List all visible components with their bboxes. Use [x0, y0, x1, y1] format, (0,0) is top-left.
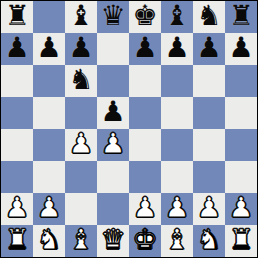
board-grid: ♜♝♛♚♝♞♜♟♟♟♟♟♟♟♞♟♟♟♟♟♟♟♟♟♜♞♝♛♚♝♞♜	[1, 1, 257, 257]
square-a8[interactable]: ♜	[1, 1, 33, 33]
square-g5[interactable]	[193, 97, 225, 129]
white-rook-icon[interactable]: ♜	[228, 226, 253, 254]
square-c8[interactable]: ♝	[65, 1, 97, 33]
black-pawn-icon[interactable]: ♟	[164, 34, 189, 62]
square-e7[interactable]: ♟	[129, 33, 161, 65]
square-c5[interactable]	[65, 97, 97, 129]
white-bishop-icon[interactable]: ♝	[164, 226, 189, 254]
square-f4[interactable]	[161, 129, 193, 161]
square-b2[interactable]: ♟	[33, 193, 65, 225]
white-pawn-icon[interactable]: ♟	[4, 194, 29, 222]
square-e5[interactable]	[129, 97, 161, 129]
square-g2[interactable]: ♟	[193, 193, 225, 225]
white-knight-icon[interactable]: ♞	[196, 226, 221, 254]
square-g3[interactable]	[193, 161, 225, 193]
black-pawn-icon[interactable]: ♟	[68, 34, 93, 62]
white-knight-icon[interactable]: ♞	[36, 226, 61, 254]
white-pawn-icon[interactable]: ♟	[196, 194, 221, 222]
square-h6[interactable]	[225, 65, 257, 97]
black-bishop-icon[interactable]: ♝	[164, 2, 189, 30]
square-e8[interactable]: ♚	[129, 1, 161, 33]
black-rook-icon[interactable]: ♜	[4, 2, 29, 30]
black-pawn-icon[interactable]: ♟	[132, 34, 157, 62]
white-pawn-icon[interactable]: ♟	[164, 194, 189, 222]
square-c2[interactable]	[65, 193, 97, 225]
square-d2[interactable]	[97, 193, 129, 225]
square-f8[interactable]: ♝	[161, 1, 193, 33]
square-h2[interactable]: ♟	[225, 193, 257, 225]
square-b3[interactable]	[33, 161, 65, 193]
square-e6[interactable]	[129, 65, 161, 97]
square-e4[interactable]	[129, 129, 161, 161]
square-d7[interactable]	[97, 33, 129, 65]
square-h1[interactable]: ♜	[225, 225, 257, 257]
black-knight-icon[interactable]: ♞	[68, 66, 93, 94]
square-e2[interactable]: ♟	[129, 193, 161, 225]
square-g7[interactable]: ♟	[193, 33, 225, 65]
black-queen-icon[interactable]: ♛	[100, 2, 125, 30]
square-f2[interactable]: ♟	[161, 193, 193, 225]
square-g6[interactable]	[193, 65, 225, 97]
white-bishop-icon[interactable]: ♝	[68, 226, 93, 254]
square-h8[interactable]: ♜	[225, 1, 257, 33]
square-g8[interactable]: ♞	[193, 1, 225, 33]
square-c6[interactable]: ♞	[65, 65, 97, 97]
white-rook-icon[interactable]: ♜	[4, 226, 29, 254]
square-e3[interactable]	[129, 161, 161, 193]
square-a7[interactable]: ♟	[1, 33, 33, 65]
square-c1[interactable]: ♝	[65, 225, 97, 257]
white-pawn-icon[interactable]: ♟	[132, 194, 157, 222]
square-a5[interactable]	[1, 97, 33, 129]
square-h3[interactable]	[225, 161, 257, 193]
black-pawn-icon[interactable]: ♟	[100, 98, 125, 126]
white-pawn-icon[interactable]: ♟	[228, 194, 253, 222]
square-e1[interactable]: ♚	[129, 225, 161, 257]
square-b7[interactable]: ♟	[33, 33, 65, 65]
square-h5[interactable]	[225, 97, 257, 129]
square-b1[interactable]: ♞	[33, 225, 65, 257]
square-a2[interactable]: ♟	[1, 193, 33, 225]
square-f5[interactable]	[161, 97, 193, 129]
square-d8[interactable]: ♛	[97, 1, 129, 33]
square-c3[interactable]	[65, 161, 97, 193]
black-pawn-icon[interactable]: ♟	[196, 34, 221, 62]
black-rook-icon[interactable]: ♜	[228, 2, 253, 30]
square-b8[interactable]	[33, 1, 65, 33]
square-d4[interactable]: ♟	[97, 129, 129, 161]
square-f7[interactable]: ♟	[161, 33, 193, 65]
square-h7[interactable]: ♟	[225, 33, 257, 65]
black-bishop-icon[interactable]: ♝	[68, 2, 93, 30]
square-f3[interactable]	[161, 161, 193, 193]
white-pawn-icon[interactable]: ♟	[100, 130, 125, 158]
square-b4[interactable]	[33, 129, 65, 161]
square-d3[interactable]	[97, 161, 129, 193]
white-pawn-icon[interactable]: ♟	[36, 194, 61, 222]
black-pawn-icon[interactable]: ♟	[36, 34, 61, 62]
chess-board: ♜♝♛♚♝♞♜♟♟♟♟♟♟♟♞♟♟♟♟♟♟♟♟♟♜♞♝♛♚♝♞♜	[0, 0, 258, 258]
black-knight-icon[interactable]: ♞	[196, 2, 221, 30]
square-f6[interactable]	[161, 65, 193, 97]
square-c4[interactable]: ♟	[65, 129, 97, 161]
white-pawn-icon[interactable]: ♟	[68, 130, 93, 158]
square-d5[interactable]: ♟	[97, 97, 129, 129]
square-f1[interactable]: ♝	[161, 225, 193, 257]
black-pawn-icon[interactable]: ♟	[4, 34, 29, 62]
white-king-icon[interactable]: ♚	[132, 226, 157, 254]
square-h4[interactable]	[225, 129, 257, 161]
square-d6[interactable]	[97, 65, 129, 97]
square-c7[interactable]: ♟	[65, 33, 97, 65]
square-a3[interactable]	[1, 161, 33, 193]
square-b5[interactable]	[33, 97, 65, 129]
square-a1[interactable]: ♜	[1, 225, 33, 257]
white-queen-icon[interactable]: ♛	[100, 226, 125, 254]
square-d1[interactable]: ♛	[97, 225, 129, 257]
black-king-icon[interactable]: ♚	[132, 2, 157, 30]
black-pawn-icon[interactable]: ♟	[228, 34, 253, 62]
square-a4[interactable]	[1, 129, 33, 161]
square-b6[interactable]	[33, 65, 65, 97]
square-g4[interactable]	[193, 129, 225, 161]
square-g1[interactable]: ♞	[193, 225, 225, 257]
square-a6[interactable]	[1, 65, 33, 97]
